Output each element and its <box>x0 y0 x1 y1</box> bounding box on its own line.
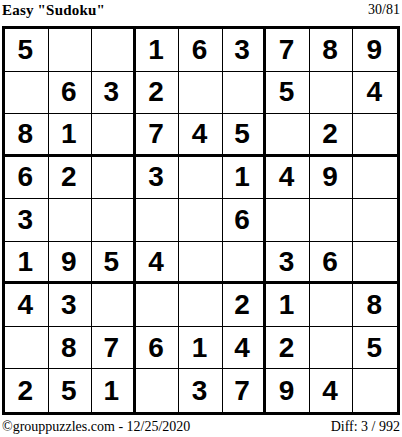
cell-r8c4[interactable]: 6 <box>136 327 180 370</box>
cell-r3c6[interactable]: 5 <box>223 114 267 157</box>
cell-r4c1[interactable]: 6 <box>5 157 49 200</box>
cell-r2c9[interactable]: 4 <box>353 72 397 115</box>
cell-r7c3[interactable] <box>92 284 136 327</box>
cell-r5c4[interactable] <box>136 199 180 242</box>
cell-r7c2[interactable]: 3 <box>49 284 93 327</box>
cell-r5c8[interactable] <box>310 199 354 242</box>
cell-r7c9[interactable]: 8 <box>353 284 397 327</box>
cell-r4c5[interactable] <box>179 157 223 200</box>
cell-r2c5[interactable] <box>179 72 223 115</box>
cell-r7c1[interactable]: 4 <box>5 284 49 327</box>
cell-r7c8[interactable] <box>310 284 354 327</box>
cell-r5c1[interactable]: 3 <box>5 199 49 242</box>
cell-r6c2[interactable]: 9 <box>49 242 93 285</box>
cell-r3c8[interactable]: 2 <box>310 114 354 157</box>
cell-r1c1[interactable]: 5 <box>5 29 49 72</box>
cell-r1c4[interactable]: 1 <box>136 29 180 72</box>
cell-r8c1[interactable] <box>5 327 49 370</box>
cell-r4c8[interactable]: 9 <box>310 157 354 200</box>
cell-r9c6[interactable]: 7 <box>223 369 267 412</box>
cell-r1c3[interactable] <box>92 29 136 72</box>
cell-r6c7[interactable]: 3 <box>266 242 310 285</box>
sudoku-board: 5163789632548174526231493619543643218876… <box>2 26 400 415</box>
cell-r5c5[interactable] <box>179 199 223 242</box>
cell-r8c2[interactable]: 8 <box>49 327 93 370</box>
cell-r1c6[interactable]: 3 <box>223 29 267 72</box>
cell-r7c5[interactable] <box>179 284 223 327</box>
cells-remaining-counter: 30/81 <box>368 2 400 18</box>
cell-r7c7[interactable]: 1 <box>266 284 310 327</box>
cell-r9c3[interactable]: 1 <box>92 369 136 412</box>
cell-r6c5[interactable] <box>179 242 223 285</box>
cell-r3c9[interactable] <box>353 114 397 157</box>
cell-r5c3[interactable] <box>92 199 136 242</box>
cell-r3c7[interactable] <box>266 114 310 157</box>
cell-r1c2[interactable] <box>49 29 93 72</box>
cell-r6c4[interactable]: 4 <box>136 242 180 285</box>
cell-r3c2[interactable]: 1 <box>49 114 93 157</box>
cell-r2c3[interactable]: 3 <box>92 72 136 115</box>
copyright-date: ©grouppuzzles.com - 12/25/2020 <box>2 419 190 435</box>
cell-r4c7[interactable]: 4 <box>266 157 310 200</box>
cell-r1c5[interactable]: 6 <box>179 29 223 72</box>
cell-r2c7[interactable]: 5 <box>266 72 310 115</box>
difficulty-rating: Diff: 3 / 992 <box>331 419 400 435</box>
cell-r1c9[interactable]: 9 <box>353 29 397 72</box>
cell-r9c7[interactable]: 9 <box>266 369 310 412</box>
cell-r9c8[interactable]: 4 <box>310 369 354 412</box>
cell-r4c9[interactable] <box>353 157 397 200</box>
cell-r6c1[interactable]: 1 <box>5 242 49 285</box>
cell-r5c2[interactable] <box>49 199 93 242</box>
cell-r1c7[interactable]: 7 <box>266 29 310 72</box>
cell-r9c5[interactable]: 3 <box>179 369 223 412</box>
cell-r4c3[interactable] <box>92 157 136 200</box>
cell-r5c6[interactable]: 6 <box>223 199 267 242</box>
cell-r4c6[interactable]: 1 <box>223 157 267 200</box>
cell-r2c1[interactable] <box>5 72 49 115</box>
cell-r2c4[interactable]: 2 <box>136 72 180 115</box>
header: Easy "Sudoku" 30/81 <box>2 0 400 24</box>
cell-r9c1[interactable]: 2 <box>5 369 49 412</box>
cell-r9c4[interactable] <box>136 369 180 412</box>
cell-r1c8[interactable]: 8 <box>310 29 354 72</box>
cell-r3c3[interactable] <box>92 114 136 157</box>
cell-r3c5[interactable]: 4 <box>179 114 223 157</box>
cell-r6c3[interactable]: 5 <box>92 242 136 285</box>
puzzle-title: Easy "Sudoku" <box>2 2 105 19</box>
cell-r6c8[interactable]: 6 <box>310 242 354 285</box>
cell-r4c2[interactable]: 2 <box>49 157 93 200</box>
cell-r5c7[interactable] <box>266 199 310 242</box>
cell-r8c6[interactable]: 4 <box>223 327 267 370</box>
cell-r5c9[interactable] <box>353 199 397 242</box>
cell-r8c3[interactable]: 7 <box>92 327 136 370</box>
cell-r4c4[interactable]: 3 <box>136 157 180 200</box>
cell-r3c4[interactable]: 7 <box>136 114 180 157</box>
cell-r7c6[interactable]: 2 <box>223 284 267 327</box>
cell-r8c9[interactable]: 5 <box>353 327 397 370</box>
cell-r2c2[interactable]: 6 <box>49 72 93 115</box>
cell-r9c2[interactable]: 5 <box>49 369 93 412</box>
cell-r6c6[interactable] <box>223 242 267 285</box>
cell-r7c4[interactable] <box>136 284 180 327</box>
cell-r3c1[interactable]: 8 <box>5 114 49 157</box>
sudoku-page: Easy "Sudoku" 30/81 51637896325481745262… <box>0 0 402 437</box>
cell-r8c8[interactable] <box>310 327 354 370</box>
cell-r2c8[interactable] <box>310 72 354 115</box>
footer: ©grouppuzzles.com - 12/25/2020 Diff: 3 /… <box>2 419 400 435</box>
cell-r2c6[interactable] <box>223 72 267 115</box>
cell-r8c7[interactable]: 2 <box>266 327 310 370</box>
cell-r8c5[interactable]: 1 <box>179 327 223 370</box>
cell-r9c9[interactable] <box>353 369 397 412</box>
cell-r6c9[interactable] <box>353 242 397 285</box>
